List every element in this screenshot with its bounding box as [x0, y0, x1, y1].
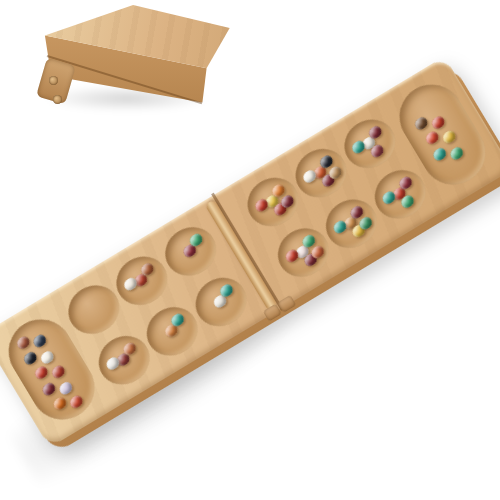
- gem-stone: [448, 145, 465, 161]
- gem-stone: [50, 364, 67, 380]
- hinge-pin-icon: [49, 76, 58, 85]
- gem-stone: [413, 115, 430, 131]
- gem-stone: [424, 130, 441, 146]
- gem-stone: [431, 146, 448, 162]
- gem-stone: [441, 129, 458, 145]
- gem-stone: [430, 115, 447, 131]
- product-photo: [0, 0, 500, 500]
- folded-board-inset: [26, 0, 236, 122]
- gem-stone: [33, 365, 50, 381]
- gem-stone: [68, 394, 85, 410]
- gem-stone: [15, 335, 32, 351]
- gem-stone: [40, 381, 57, 397]
- gem-stone: [39, 349, 56, 365]
- gem-stone: [22, 350, 39, 366]
- gem-stone: [57, 380, 74, 396]
- gem-stone: [31, 333, 48, 349]
- gem-stone: [51, 395, 68, 411]
